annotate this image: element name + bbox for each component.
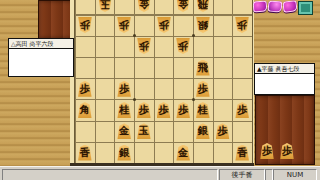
shogi-piece-gote[interactable]: 銀: [196, 17, 210, 33]
shogi-piece-sente[interactable]: 歩: [78, 81, 92, 97]
shogi-piece-sente[interactable]: 玉: [137, 123, 151, 139]
shogi-piece-sente[interactable]: 歩: [196, 81, 210, 97]
star-point-icon: [133, 34, 136, 37]
gote-player-box: △高田 尚平六段: [8, 38, 74, 77]
shogi-piece-sente[interactable]: 香: [78, 145, 92, 161]
shogi-piece-sente[interactable]: 飛: [196, 60, 210, 76]
shogi-piece-gote[interactable]: 飛: [196, 0, 210, 12]
star-point-icon: [133, 98, 136, 101]
status-bar: 後手番 NUM: [0, 166, 320, 180]
captured-piece-sente[interactable]: 歩: [280, 143, 294, 159]
shogi-piece-sente[interactable]: 金: [176, 145, 190, 161]
star-point-icon: [192, 98, 195, 101]
shogi-piece-gote[interactable]: 金: [137, 0, 151, 12]
logo-tile-icon: [298, 1, 313, 15]
shogi-piece-sente[interactable]: 歩: [157, 102, 171, 118]
captured-piece-sente[interactable]: 歩: [260, 143, 274, 159]
shogi-piece-gote[interactable]: 歩: [137, 38, 151, 54]
shogi-piece-gote[interactable]: 歩: [157, 17, 171, 33]
shogi-piece-gote[interactable]: 玉: [98, 0, 112, 12]
sente-captured-tray: 歩歩: [255, 95, 315, 165]
shogi-piece-sente[interactable]: 銀: [196, 123, 210, 139]
sente-player-box: ▲平藤 眞吾七段: [254, 63, 315, 95]
status-panel-gap: [265, 169, 273, 180]
shogi-piece-sente[interactable]: 桂: [117, 102, 131, 118]
shogi-app-window: 玉金金飛歩歩歩銀歩歩歩飛歩歩歩角桂歩歩歩桂歩金玉銀歩香銀金香 △高田 尚平六段 …: [0, 0, 320, 180]
shogi-board: 玉金金飛歩歩歩銀歩歩歩飛歩歩歩角桂歩歩歩桂歩金玉銀歩香銀金香: [70, 0, 254, 166]
logo-blob-icon: [253, 1, 268, 13]
board-grid[interactable]: 玉金金飛歩歩歩銀歩歩歩飛歩歩歩角桂歩歩歩桂歩金玉銀歩香銀金香: [74, 0, 253, 164]
gote-player-name: △高田 尚平六段: [9, 39, 73, 49]
shogi-piece-gote[interactable]: 金: [176, 0, 190, 12]
shogi-piece-gote[interactable]: 歩: [176, 38, 190, 54]
status-panel-main: [2, 169, 218, 180]
turn-indicator: 後手番: [219, 169, 265, 180]
logo-blob-icon: [268, 0, 283, 12]
shogi-piece-gote[interactable]: 歩: [235, 17, 249, 33]
logo-blob-icon: [282, 0, 297, 12]
star-point-icon: [192, 34, 195, 37]
shogi-piece-sente[interactable]: 歩: [176, 102, 190, 118]
logo-graffiti: [253, 1, 319, 13]
shogi-piece-sente[interactable]: 香: [235, 145, 249, 161]
shogi-piece-sente[interactable]: 桂: [196, 102, 210, 118]
shogi-piece-gote[interactable]: 歩: [117, 17, 131, 33]
shogi-piece-sente[interactable]: 歩: [216, 123, 230, 139]
numlock-indicator: NUM: [273, 169, 317, 180]
shogi-piece-sente[interactable]: 歩: [137, 102, 151, 118]
shogi-piece-sente[interactable]: 角: [78, 102, 92, 118]
shogi-piece-sente[interactable]: 歩: [235, 102, 249, 118]
shogi-piece-sente[interactable]: 歩: [117, 81, 131, 97]
shogi-piece-gote[interactable]: 歩: [78, 17, 92, 33]
sente-player-name: ▲平藤 眞吾七段: [255, 64, 314, 74]
shogi-piece-sente[interactable]: 銀: [117, 145, 131, 161]
shogi-piece-sente[interactable]: 金: [117, 123, 131, 139]
